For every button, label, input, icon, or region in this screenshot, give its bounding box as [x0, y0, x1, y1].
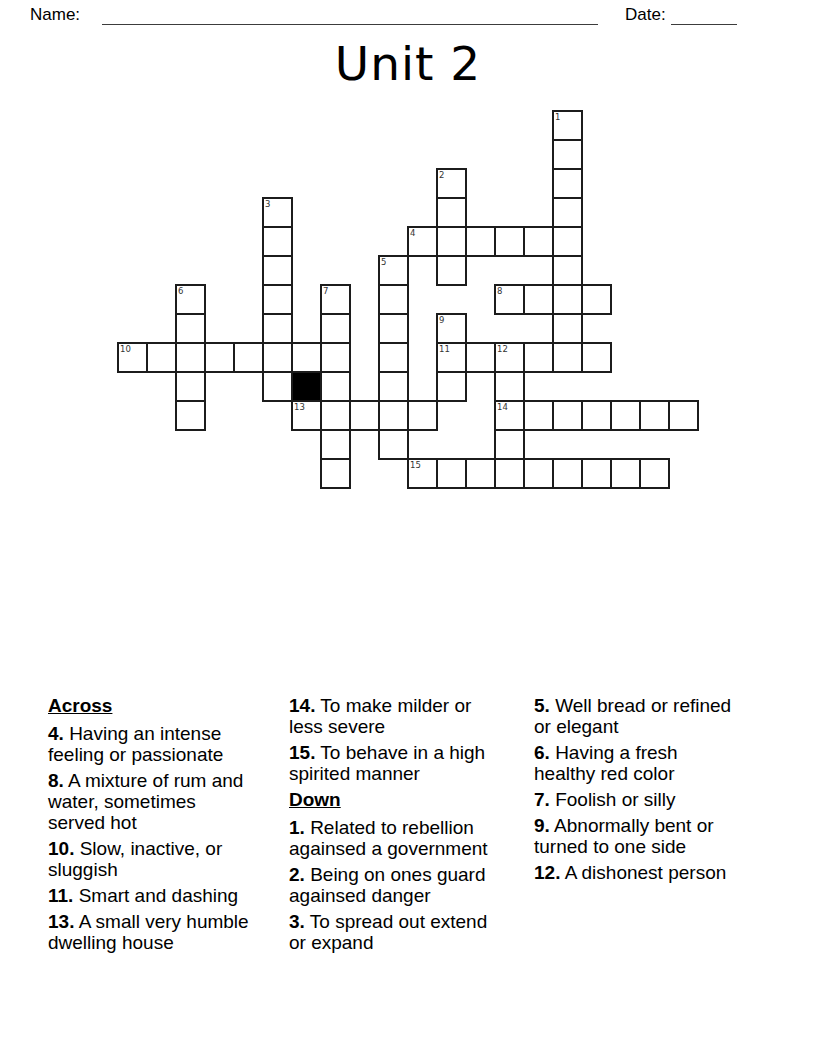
clue-across-15: 15. To behave in a high spirited manner: [289, 742, 499, 784]
grid-cell-r8c14[interactable]: [523, 342, 554, 373]
name-label: Name:: [30, 5, 80, 25]
grid-cell-r6c7[interactable]: [320, 284, 351, 315]
grid-cell-r7c2[interactable]: [175, 313, 206, 344]
grid-cell-r3c11[interactable]: [436, 197, 467, 228]
grid-cell-r7c15[interactable]: [552, 313, 583, 344]
grid-cell-r12c17[interactable]: [610, 458, 641, 489]
grid-cell-r11c9[interactable]: [378, 429, 409, 460]
grid-cell-r10c17[interactable]: [610, 400, 641, 431]
clue-column-2: 14. To make milder or less severe15. To …: [289, 695, 499, 958]
grid-cell-r12c12[interactable]: [465, 458, 496, 489]
grid-cell-r10c2[interactable]: [175, 400, 206, 431]
clue-down-7: 7. Foolish or silly: [534, 789, 744, 810]
grid-cell-r9c11[interactable]: [436, 371, 467, 402]
grid-cell-r12c16[interactable]: [581, 458, 612, 489]
grid-cell-r12c10[interactable]: [407, 458, 438, 489]
grid-cell-r6c9[interactable]: [378, 284, 409, 315]
grid-cell-r7c5[interactable]: [262, 313, 293, 344]
grid-cell-r8c16[interactable]: [581, 342, 612, 373]
crossword-grid: 123456789101112131415: [117, 110, 699, 489]
black-cell: [291, 371, 322, 402]
clue-across-8: 8. A mixture of rum and water, sometimes…: [48, 770, 258, 833]
grid-cell-r6c5[interactable]: [262, 284, 293, 315]
date-blank-line[interactable]: [671, 7, 737, 25]
clue-column-1: Across4. Having an intense feeling or pa…: [48, 695, 258, 958]
grid-cell-r6c2[interactable]: [175, 284, 206, 315]
clue-across-13: 13. A small very humble dwelling house: [48, 911, 258, 953]
grid-cell-r4c14[interactable]: [523, 226, 554, 257]
grid-cell-r8c2[interactable]: [175, 342, 206, 373]
grid-cell-r4c10[interactable]: [407, 226, 438, 257]
grid-cell-r0c15[interactable]: [552, 110, 583, 141]
grid-cell-r5c11[interactable]: [436, 255, 467, 286]
grid-cell-r4c12[interactable]: [465, 226, 496, 257]
grid-cell-r7c9[interactable]: [378, 313, 409, 344]
grid-cell-r6c14[interactable]: [523, 284, 554, 315]
grid-cell-r8c7[interactable]: [320, 342, 351, 373]
grid-cell-r4c15[interactable]: [552, 226, 583, 257]
grid-cell-r8c6[interactable]: [291, 342, 322, 373]
grid-cell-r10c10[interactable]: [407, 400, 438, 431]
grid-cell-r9c13[interactable]: [494, 371, 525, 402]
grid-cell-r5c5[interactable]: [262, 255, 293, 286]
grid-cell-r8c0[interactable]: [117, 342, 148, 373]
grid-cell-r10c6[interactable]: [291, 400, 322, 431]
grid-cell-r3c5[interactable]: [262, 197, 293, 228]
grid-cell-r12c7[interactable]: [320, 458, 351, 489]
grid-cell-r8c5[interactable]: [262, 342, 293, 373]
grid-cell-r5c15[interactable]: [552, 255, 583, 286]
grid-cell-r8c12[interactable]: [465, 342, 496, 373]
clue-column-3: 5. Well bread or refined or elegant6. Ha…: [534, 695, 744, 888]
grid-cell-r9c9[interactable]: [378, 371, 409, 402]
clue-down-1: 1. Related to rebellion againsed a gover…: [289, 817, 499, 859]
grid-cell-r8c11[interactable]: [436, 342, 467, 373]
grid-cell-r9c7[interactable]: [320, 371, 351, 402]
grid-cell-r8c9[interactable]: [378, 342, 409, 373]
clues-heading-down: Down: [289, 789, 499, 810]
clues-heading-across: Across: [48, 695, 258, 716]
grid-cell-r10c19[interactable]: [668, 400, 699, 431]
clue-down-6: 6. Having a fresh healthy red color: [534, 742, 744, 784]
grid-cell-r2c11[interactable]: [436, 168, 467, 199]
clue-down-3: 3. To spread out extend or expand: [289, 911, 499, 953]
grid-cell-r4c13[interactable]: [494, 226, 525, 257]
clue-across-4: 4. Having an intense feeling or passiona…: [48, 723, 258, 765]
grid-cell-r7c11[interactable]: [436, 313, 467, 344]
clue-across-11: 11. Smart and dashing: [48, 885, 258, 906]
name-blank-line[interactable]: [102, 7, 598, 25]
grid-cell-r12c15[interactable]: [552, 458, 583, 489]
grid-cell-r6c16[interactable]: [581, 284, 612, 315]
grid-cell-r10c8[interactable]: [349, 400, 380, 431]
clue-down-12: 12. A dishonest person: [534, 862, 744, 883]
grid-cell-r7c7[interactable]: [320, 313, 351, 344]
grid-cell-r9c5[interactable]: [262, 371, 293, 402]
grid-cell-r8c1[interactable]: [146, 342, 177, 373]
grid-cell-r9c2[interactable]: [175, 371, 206, 402]
grid-cell-r2c15[interactable]: [552, 168, 583, 199]
clue-across-14: 14. To make milder or less severe: [289, 695, 499, 737]
clue-down-5: 5. Well bread or refined or elegant: [534, 695, 744, 737]
grid-cell-r10c9[interactable]: [378, 400, 409, 431]
clue-down-2: 2. Being on ones guard againsed danger: [289, 864, 499, 906]
grid-cell-r4c5[interactable]: [262, 226, 293, 257]
date-label: Date:: [625, 5, 666, 25]
grid-cell-r5c9[interactable]: [378, 255, 409, 286]
grid-cell-r10c7[interactable]: [320, 400, 351, 431]
grid-cell-r10c13[interactable]: [494, 400, 525, 431]
grid-cell-r11c7[interactable]: [320, 429, 351, 460]
grid-cell-r12c14[interactable]: [523, 458, 554, 489]
grid-cell-r4c11[interactable]: [436, 226, 467, 257]
puzzle-title: Unit 2: [0, 36, 816, 91]
grid-cell-r10c18[interactable]: [639, 400, 670, 431]
grid-cell-r10c16[interactable]: [581, 400, 612, 431]
grid-cell-r6c15[interactable]: [552, 284, 583, 315]
grid-cell-r8c13[interactable]: [494, 342, 525, 373]
grid-cell-r6c13[interactable]: [494, 284, 525, 315]
clue-across-10: 10. Slow, inactive, or sluggish: [48, 838, 258, 880]
grid-cell-r12c13[interactable]: [494, 458, 525, 489]
grid-cell-r3c15[interactable]: [552, 197, 583, 228]
clue-down-9: 9. Abnormally bent or turned to one side: [534, 815, 744, 857]
grid-cell-r8c3[interactable]: [204, 342, 235, 373]
worksheet-page: Name: Date: Unit 2 123456789101112131415…: [0, 0, 816, 1056]
grid-cell-r1c15[interactable]: [552, 139, 583, 170]
grid-cell-r10c15[interactable]: [552, 400, 583, 431]
grid-cell-r11c13[interactable]: [494, 429, 525, 460]
grid-cell-r10c14[interactable]: [523, 400, 554, 431]
grid-cell-r12c11[interactable]: [436, 458, 467, 489]
grid-cell-r8c4[interactable]: [233, 342, 264, 373]
grid-cell-r12c18[interactable]: [639, 458, 670, 489]
grid-cell-r8c15[interactable]: [552, 342, 583, 373]
